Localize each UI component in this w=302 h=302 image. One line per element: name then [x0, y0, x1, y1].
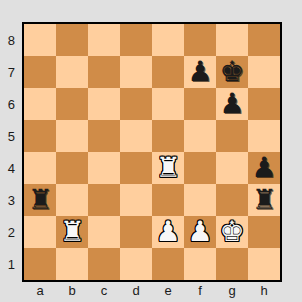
piece-white-rook-b2[interactable]: ♜	[56, 216, 88, 248]
piece-black-pawn-h4[interactable]: ♟	[248, 152, 280, 184]
file-label-c: c	[88, 281, 120, 299]
square-g7[interactable]: ♚	[216, 56, 248, 88]
square-a7[interactable]	[24, 56, 56, 88]
square-b4[interactable]	[56, 152, 88, 184]
piece-black-king-g7[interactable]: ♚	[216, 56, 248, 88]
piece-black-pawn-g6[interactable]: ♟	[216, 88, 248, 120]
file-label-h: h	[248, 281, 280, 299]
square-c1[interactable]	[88, 248, 120, 280]
square-f7[interactable]: ♟	[184, 56, 216, 88]
file-label-d: d	[120, 281, 152, 299]
square-h6[interactable]	[248, 88, 280, 120]
square-b6[interactable]	[56, 88, 88, 120]
square-a1[interactable]	[24, 248, 56, 280]
square-a4[interactable]	[24, 152, 56, 184]
square-e3[interactable]	[152, 184, 184, 216]
rank-labels: 87654321	[0, 24, 18, 280]
square-f1[interactable]	[184, 248, 216, 280]
file-label-g: g	[216, 281, 248, 299]
square-f4[interactable]	[184, 152, 216, 184]
file-labels: abcdefgh	[24, 281, 280, 299]
piece-white-rook-e4[interactable]: ♜	[152, 152, 184, 184]
square-a2[interactable]	[24, 216, 56, 248]
square-c6[interactable]	[88, 88, 120, 120]
square-a6[interactable]	[24, 88, 56, 120]
chess-diagram: 87654321 ♟♚♟♜♟♜♜♜♟♟♚ abcdefgh	[0, 0, 302, 302]
piece-black-rook-a3[interactable]: ♜	[24, 184, 56, 216]
rank-label-2: 2	[0, 216, 18, 248]
square-f5[interactable]	[184, 120, 216, 152]
square-g6[interactable]: ♟	[216, 88, 248, 120]
square-g3[interactable]	[216, 184, 248, 216]
rank-label-5: 5	[0, 120, 18, 152]
square-d7[interactable]	[120, 56, 152, 88]
file-label-e: e	[152, 281, 184, 299]
chess-board: ♟♚♟♜♟♜♜♜♟♟♚	[22, 22, 282, 282]
square-a3[interactable]: ♜	[24, 184, 56, 216]
rank-label-3: 3	[0, 184, 18, 216]
square-f2[interactable]: ♟	[184, 216, 216, 248]
square-c7[interactable]	[88, 56, 120, 88]
square-a5[interactable]	[24, 120, 56, 152]
square-h5[interactable]	[248, 120, 280, 152]
piece-black-rook-h3[interactable]: ♜	[248, 184, 280, 216]
square-c3[interactable]	[88, 184, 120, 216]
square-a8[interactable]	[24, 24, 56, 56]
square-c8[interactable]	[88, 24, 120, 56]
square-f3[interactable]	[184, 184, 216, 216]
square-c4[interactable]	[88, 152, 120, 184]
square-b2[interactable]: ♜	[56, 216, 88, 248]
square-c5[interactable]	[88, 120, 120, 152]
square-f8[interactable]	[184, 24, 216, 56]
square-h1[interactable]	[248, 248, 280, 280]
square-e1[interactable]	[152, 248, 184, 280]
piece-white-pawn-f2[interactable]: ♟	[184, 216, 216, 248]
square-g1[interactable]	[216, 248, 248, 280]
rank-label-1: 1	[0, 248, 18, 280]
square-h4[interactable]: ♟	[248, 152, 280, 184]
square-h2[interactable]	[248, 216, 280, 248]
square-d1[interactable]	[120, 248, 152, 280]
square-e7[interactable]	[152, 56, 184, 88]
square-h3[interactable]: ♜	[248, 184, 280, 216]
square-f6[interactable]	[184, 88, 216, 120]
square-d8[interactable]	[120, 24, 152, 56]
rank-label-4: 4	[0, 152, 18, 184]
square-d6[interactable]	[120, 88, 152, 120]
square-e2[interactable]: ♟	[152, 216, 184, 248]
square-e5[interactable]	[152, 120, 184, 152]
file-label-b: b	[56, 281, 88, 299]
square-b3[interactable]	[56, 184, 88, 216]
piece-black-pawn-f7[interactable]: ♟	[184, 56, 216, 88]
square-g4[interactable]	[216, 152, 248, 184]
piece-white-pawn-e2[interactable]: ♟	[152, 216, 184, 248]
square-d2[interactable]	[120, 216, 152, 248]
square-g5[interactable]	[216, 120, 248, 152]
square-b1[interactable]	[56, 248, 88, 280]
square-c2[interactable]	[88, 216, 120, 248]
piece-white-king-g2[interactable]: ♚	[216, 216, 248, 248]
square-d3[interactable]	[120, 184, 152, 216]
file-label-a: a	[24, 281, 56, 299]
square-e6[interactable]	[152, 88, 184, 120]
square-d4[interactable]	[120, 152, 152, 184]
square-h8[interactable]	[248, 24, 280, 56]
square-b7[interactable]	[56, 56, 88, 88]
square-d5[interactable]	[120, 120, 152, 152]
rank-label-6: 6	[0, 88, 18, 120]
square-g2[interactable]: ♚	[216, 216, 248, 248]
file-label-f: f	[184, 281, 216, 299]
square-h7[interactable]	[248, 56, 280, 88]
square-g8[interactable]	[216, 24, 248, 56]
square-b8[interactable]	[56, 24, 88, 56]
rank-label-7: 7	[0, 56, 18, 88]
square-e8[interactable]	[152, 24, 184, 56]
square-b5[interactable]	[56, 120, 88, 152]
rank-label-8: 8	[0, 24, 18, 56]
square-e4[interactable]: ♜	[152, 152, 184, 184]
